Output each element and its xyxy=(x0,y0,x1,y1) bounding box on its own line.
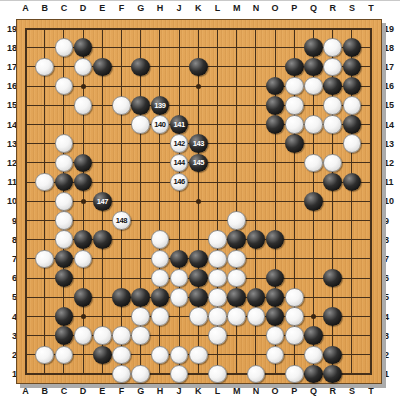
white-stone xyxy=(323,115,342,134)
white-stone xyxy=(35,250,54,269)
black-stone xyxy=(55,326,74,345)
white-stone xyxy=(35,58,54,77)
white-stone xyxy=(285,365,304,384)
column-label: R xyxy=(325,2,341,14)
black-stone xyxy=(189,288,208,307)
black-stone xyxy=(343,77,362,96)
column-label: F xyxy=(114,2,130,14)
black-stone xyxy=(112,288,131,307)
white-stone xyxy=(151,250,170,269)
black-stone xyxy=(93,230,112,249)
black-stone xyxy=(343,115,362,134)
white-stone: 146 xyxy=(170,173,189,192)
row-label: 8 xyxy=(1,234,17,246)
black-stone xyxy=(285,58,304,77)
black-stone xyxy=(304,58,323,77)
white-stone xyxy=(55,346,74,365)
black-stone xyxy=(74,288,93,307)
row-label: 10 xyxy=(384,195,400,207)
white-stone xyxy=(285,115,304,134)
row-label: 11 xyxy=(1,176,17,188)
white-stone xyxy=(208,250,227,269)
black-stone xyxy=(266,269,285,288)
hoshi-point xyxy=(196,199,201,204)
white-stone xyxy=(151,269,170,288)
column-label: G xyxy=(133,2,149,14)
move-number-label: 143 xyxy=(193,140,204,148)
white-stone: 144 xyxy=(170,154,189,173)
white-stone xyxy=(208,307,227,326)
white-stone xyxy=(112,326,131,345)
row-label: 13 xyxy=(1,138,17,150)
row-label: 3 xyxy=(1,330,17,342)
move-number-label: 141 xyxy=(173,121,184,129)
black-stone xyxy=(304,38,323,57)
move-number-label: 139 xyxy=(154,102,165,110)
white-stone xyxy=(131,307,150,326)
hoshi-point xyxy=(81,84,86,89)
white-stone xyxy=(304,77,323,96)
row-label: 9 xyxy=(1,215,17,227)
black-stone xyxy=(285,134,304,153)
white-stone xyxy=(35,173,54,192)
white-stone xyxy=(170,288,189,307)
black-stone: 141 xyxy=(170,115,189,134)
white-stone xyxy=(170,269,189,288)
black-stone: 143 xyxy=(189,134,208,153)
black-stone xyxy=(131,288,150,307)
white-stone xyxy=(74,250,93,269)
move-number-label: 140 xyxy=(154,121,165,129)
row-label: 18 xyxy=(1,42,17,54)
row-label: 5 xyxy=(384,291,400,303)
black-stone xyxy=(55,307,74,326)
board-shadow-right xyxy=(382,23,386,388)
white-stone xyxy=(151,307,170,326)
white-stone xyxy=(208,365,227,384)
column-label: T xyxy=(363,2,379,14)
white-stone xyxy=(35,346,54,365)
column-label: A xyxy=(18,2,34,14)
black-stone xyxy=(55,250,74,269)
row-label: 15 xyxy=(384,99,400,111)
black-stone xyxy=(304,326,323,345)
board-shadow-bottom xyxy=(20,384,386,388)
white-stone xyxy=(285,96,304,115)
black-stone xyxy=(131,58,150,77)
white-stone xyxy=(112,96,131,115)
column-label: E xyxy=(94,2,110,14)
white-stone xyxy=(189,307,208,326)
white-stone: 148 xyxy=(112,211,131,230)
column-label: L xyxy=(210,2,226,14)
row-label: 12 xyxy=(1,157,17,169)
column-label: M xyxy=(229,2,245,14)
column-label: J xyxy=(171,2,187,14)
white-stone xyxy=(131,326,150,345)
black-stone xyxy=(266,77,285,96)
black-stone xyxy=(323,77,342,96)
row-label: 1 xyxy=(1,368,17,380)
black-stone xyxy=(93,58,112,77)
row-label: 17 xyxy=(1,61,17,73)
move-number-label: 142 xyxy=(173,140,184,148)
white-stone xyxy=(131,115,150,134)
white-stone xyxy=(131,365,150,384)
white-stone xyxy=(112,365,131,384)
black-stone xyxy=(266,96,285,115)
white-stone xyxy=(55,134,74,153)
top-rule xyxy=(0,0,400,1)
row-label: 7 xyxy=(1,253,17,265)
white-stone xyxy=(208,326,227,345)
move-number-label: 145 xyxy=(193,159,204,167)
white-stone xyxy=(55,38,74,57)
hoshi-point xyxy=(311,314,316,319)
white-stone xyxy=(208,288,227,307)
white-stone xyxy=(93,326,112,345)
column-label: H xyxy=(152,2,168,14)
grid-line-vertical xyxy=(370,28,372,376)
white-stone xyxy=(285,288,304,307)
white-stone xyxy=(343,134,362,153)
row-label: 12 xyxy=(384,157,400,169)
hoshi-point xyxy=(81,199,86,204)
white-stone xyxy=(285,307,304,326)
black-stone xyxy=(151,288,170,307)
row-label: 5 xyxy=(1,291,17,303)
black-stone xyxy=(323,269,342,288)
move-number-label: 146 xyxy=(173,178,184,186)
black-stone xyxy=(131,96,150,115)
black-stone xyxy=(74,38,93,57)
row-label: 4 xyxy=(384,311,400,323)
row-label: 7 xyxy=(384,253,400,265)
white-stone xyxy=(304,115,323,134)
black-stone xyxy=(304,365,323,384)
white-stone xyxy=(227,211,246,230)
white-stone xyxy=(112,346,131,365)
black-stone: 139 xyxy=(151,96,170,115)
white-stone xyxy=(55,77,74,96)
black-stone xyxy=(189,250,208,269)
row-label: 14 xyxy=(384,119,400,131)
white-stone xyxy=(227,307,246,326)
white-stone xyxy=(208,269,227,288)
row-label: 18 xyxy=(384,42,400,54)
move-number-label: 144 xyxy=(173,159,184,167)
row-label: 15 xyxy=(1,99,17,111)
row-label: 17 xyxy=(384,61,400,73)
row-label: 19 xyxy=(384,23,400,35)
column-label: O xyxy=(267,2,283,14)
white-stone xyxy=(55,211,74,230)
move-number-label: 148 xyxy=(116,217,127,225)
row-label: 6 xyxy=(384,272,400,284)
row-label: 16 xyxy=(1,80,17,92)
row-label: 3 xyxy=(384,330,400,342)
column-label: K xyxy=(190,2,206,14)
black-stone xyxy=(343,173,362,192)
row-label: 14 xyxy=(1,119,17,131)
black-stone xyxy=(266,307,285,326)
black-stone xyxy=(343,38,362,57)
white-stone xyxy=(55,230,74,249)
white-stone xyxy=(266,346,285,365)
white-stone xyxy=(170,346,189,365)
white-stone xyxy=(285,77,304,96)
black-stone xyxy=(74,173,93,192)
black-stone xyxy=(170,250,189,269)
column-label: Q xyxy=(306,2,322,14)
move-number-label: 147 xyxy=(97,198,108,206)
black-stone xyxy=(266,115,285,134)
row-label: 10 xyxy=(1,195,17,207)
hoshi-point xyxy=(81,314,86,319)
column-label: D xyxy=(75,2,91,14)
row-label: 2 xyxy=(1,349,17,361)
black-stone xyxy=(74,154,93,173)
white-stone xyxy=(323,154,342,173)
row-label: 9 xyxy=(384,215,400,227)
white-stone xyxy=(208,230,227,249)
row-label: 11 xyxy=(384,176,400,188)
black-stone xyxy=(189,269,208,288)
white-stone xyxy=(285,326,304,345)
column-label: S xyxy=(344,2,360,14)
black-stone xyxy=(266,288,285,307)
white-stone xyxy=(304,346,323,365)
black-stone: 147 xyxy=(93,192,112,211)
white-stone: 142 xyxy=(170,134,189,153)
column-label: P xyxy=(286,2,302,14)
white-stone xyxy=(323,96,342,115)
white-stone xyxy=(247,307,266,326)
row-label: 19 xyxy=(1,23,17,35)
white-stone xyxy=(151,230,170,249)
black-stone xyxy=(266,230,285,249)
black-stone xyxy=(323,365,342,384)
white-stone xyxy=(247,365,266,384)
white-stone xyxy=(227,269,246,288)
column-label: C xyxy=(56,2,72,14)
white-stone xyxy=(189,346,208,365)
white-stone xyxy=(74,326,93,345)
white-stone xyxy=(227,250,246,269)
goban[interactable]: 139141143145147140142144146148 xyxy=(16,19,382,384)
grid-line-horizontal xyxy=(25,220,373,221)
go-diagram: ABCDEFGHJKLMNOPQRST ABCDEFGHJKLMNOPQRST … xyxy=(0,0,400,400)
black-stone xyxy=(227,230,246,249)
hoshi-point xyxy=(196,84,201,89)
white-stone xyxy=(55,192,74,211)
white-stone xyxy=(266,326,285,345)
white-stone: 140 xyxy=(151,115,170,134)
white-stone xyxy=(323,58,342,77)
white-stone xyxy=(343,96,362,115)
column-label: N xyxy=(248,2,264,14)
black-stone xyxy=(323,346,342,365)
white-stone xyxy=(74,96,93,115)
black-stone xyxy=(55,269,74,288)
black-stone xyxy=(74,230,93,249)
white-stone xyxy=(55,154,74,173)
black-stone xyxy=(227,288,246,307)
white-stone xyxy=(151,346,170,365)
column-label: B xyxy=(37,2,53,14)
black-stone xyxy=(93,346,112,365)
black-stone xyxy=(304,192,323,211)
white-stone xyxy=(74,58,93,77)
black-stone xyxy=(247,288,266,307)
row-label: 4 xyxy=(1,311,17,323)
white-stone xyxy=(304,154,323,173)
row-label: 16 xyxy=(384,80,400,92)
black-stone: 145 xyxy=(189,154,208,173)
black-stone xyxy=(323,307,342,326)
row-label: 6 xyxy=(1,272,17,284)
white-stone xyxy=(323,38,342,57)
black-stone xyxy=(247,230,266,249)
black-stone xyxy=(323,173,342,192)
black-stone xyxy=(189,58,208,77)
row-label: 2 xyxy=(384,349,400,361)
black-stone xyxy=(55,173,74,192)
row-label: 1 xyxy=(384,368,400,380)
row-label: 13 xyxy=(384,138,400,150)
white-stone xyxy=(170,365,189,384)
row-label: 8 xyxy=(384,234,400,246)
black-stone xyxy=(343,58,362,77)
